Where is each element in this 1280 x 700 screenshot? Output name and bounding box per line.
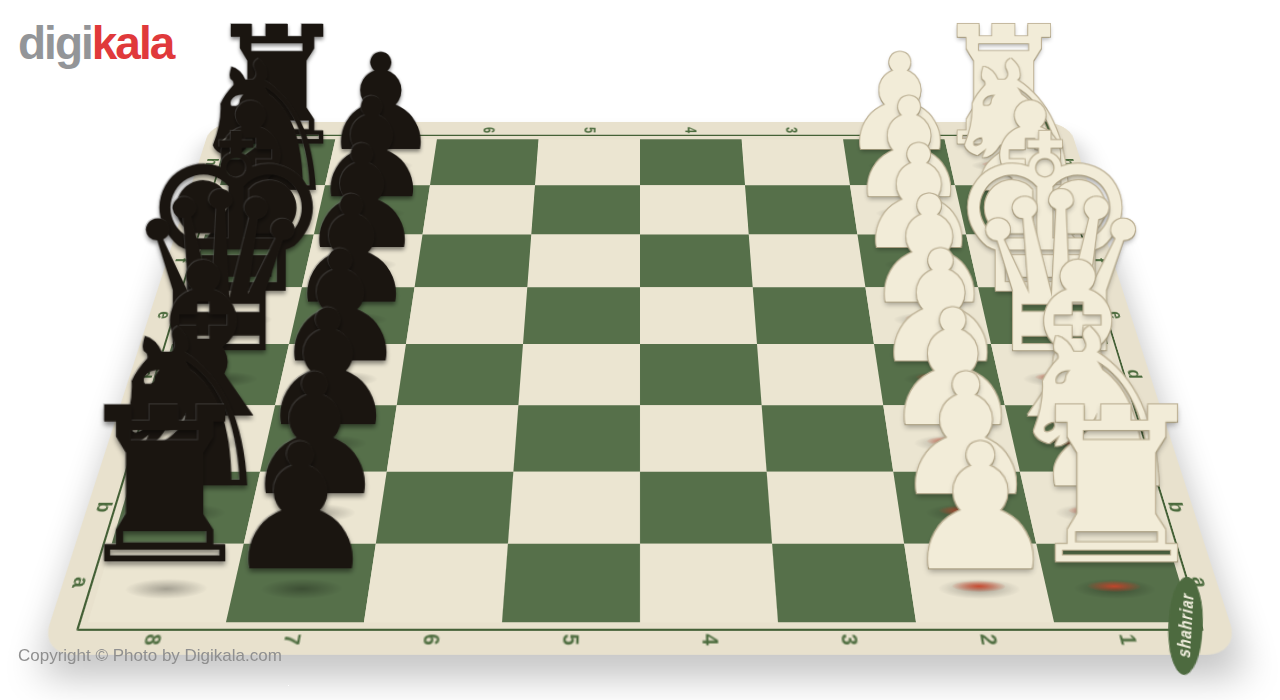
square-d4[interactable] bbox=[640, 344, 762, 405]
square-f4[interactable] bbox=[640, 234, 753, 287]
square-a3[interactable] bbox=[772, 544, 916, 623]
square-e6[interactable] bbox=[406, 287, 527, 344]
square-a5[interactable] bbox=[502, 544, 640, 623]
square-b5[interactable] bbox=[508, 472, 640, 544]
square-f3[interactable] bbox=[749, 234, 866, 287]
square-f6[interactable] bbox=[415, 234, 532, 287]
square-g4[interactable] bbox=[640, 185, 749, 234]
square-g3[interactable] bbox=[745, 185, 857, 234]
square-d6[interactable] bbox=[397, 344, 523, 405]
square-b6[interactable] bbox=[376, 472, 514, 544]
square-a4[interactable] bbox=[640, 544, 778, 623]
square-d5[interactable] bbox=[518, 344, 640, 405]
board-scene: 87654321 87654321 hgfedcba hgfedcba ♜♟♟♜… bbox=[0, 0, 1280, 700]
square-a8[interactable]: ♜ bbox=[88, 544, 244, 623]
square-c3[interactable] bbox=[762, 405, 894, 471]
square-c6[interactable] bbox=[387, 405, 519, 471]
square-g6[interactable] bbox=[423, 185, 535, 234]
product-photo: digikala 87654321 87654321 hgfedcba hgfe… bbox=[0, 0, 1280, 700]
square-c5[interactable] bbox=[513, 405, 640, 471]
rank-label-top-4: 4 bbox=[678, 98, 703, 165]
square-e4[interactable] bbox=[640, 287, 757, 344]
board-perspective-wrapper: 87654321 87654321 hgfedcba hgfedcba ♜♟♟♜… bbox=[40, 122, 1241, 655]
square-e3[interactable] bbox=[753, 287, 874, 344]
square-b3[interactable] bbox=[767, 472, 905, 544]
piece-black-pawn[interactable]: ♟ bbox=[222, 420, 378, 594]
square-a6[interactable] bbox=[364, 544, 508, 623]
piece-white-rook[interactable]: ♜ bbox=[1019, 380, 1212, 595]
rank-label-top-5: 5 bbox=[577, 98, 602, 165]
copyright-text: Copyright © Photo by Digikala.com bbox=[18, 646, 282, 666]
square-a7[interactable]: ♟ bbox=[226, 544, 376, 623]
chess-board[interactable]: 87654321 87654321 hgfedcba hgfedcba ♜♟♟♜… bbox=[40, 122, 1241, 655]
square-c4[interactable] bbox=[640, 405, 767, 471]
board-grid: ♜♟♟♜♞♟♟♞♝♟♟♝♚♟♟♚♛♟♟♛♝♟♟♝♞♟♟♞♜♟♟♜ bbox=[88, 139, 1192, 622]
square-d3[interactable] bbox=[757, 344, 883, 405]
square-f5[interactable] bbox=[527, 234, 640, 287]
square-b4[interactable] bbox=[640, 472, 772, 544]
square-g5[interactable] bbox=[531, 185, 640, 234]
square-e5[interactable] bbox=[523, 287, 640, 344]
